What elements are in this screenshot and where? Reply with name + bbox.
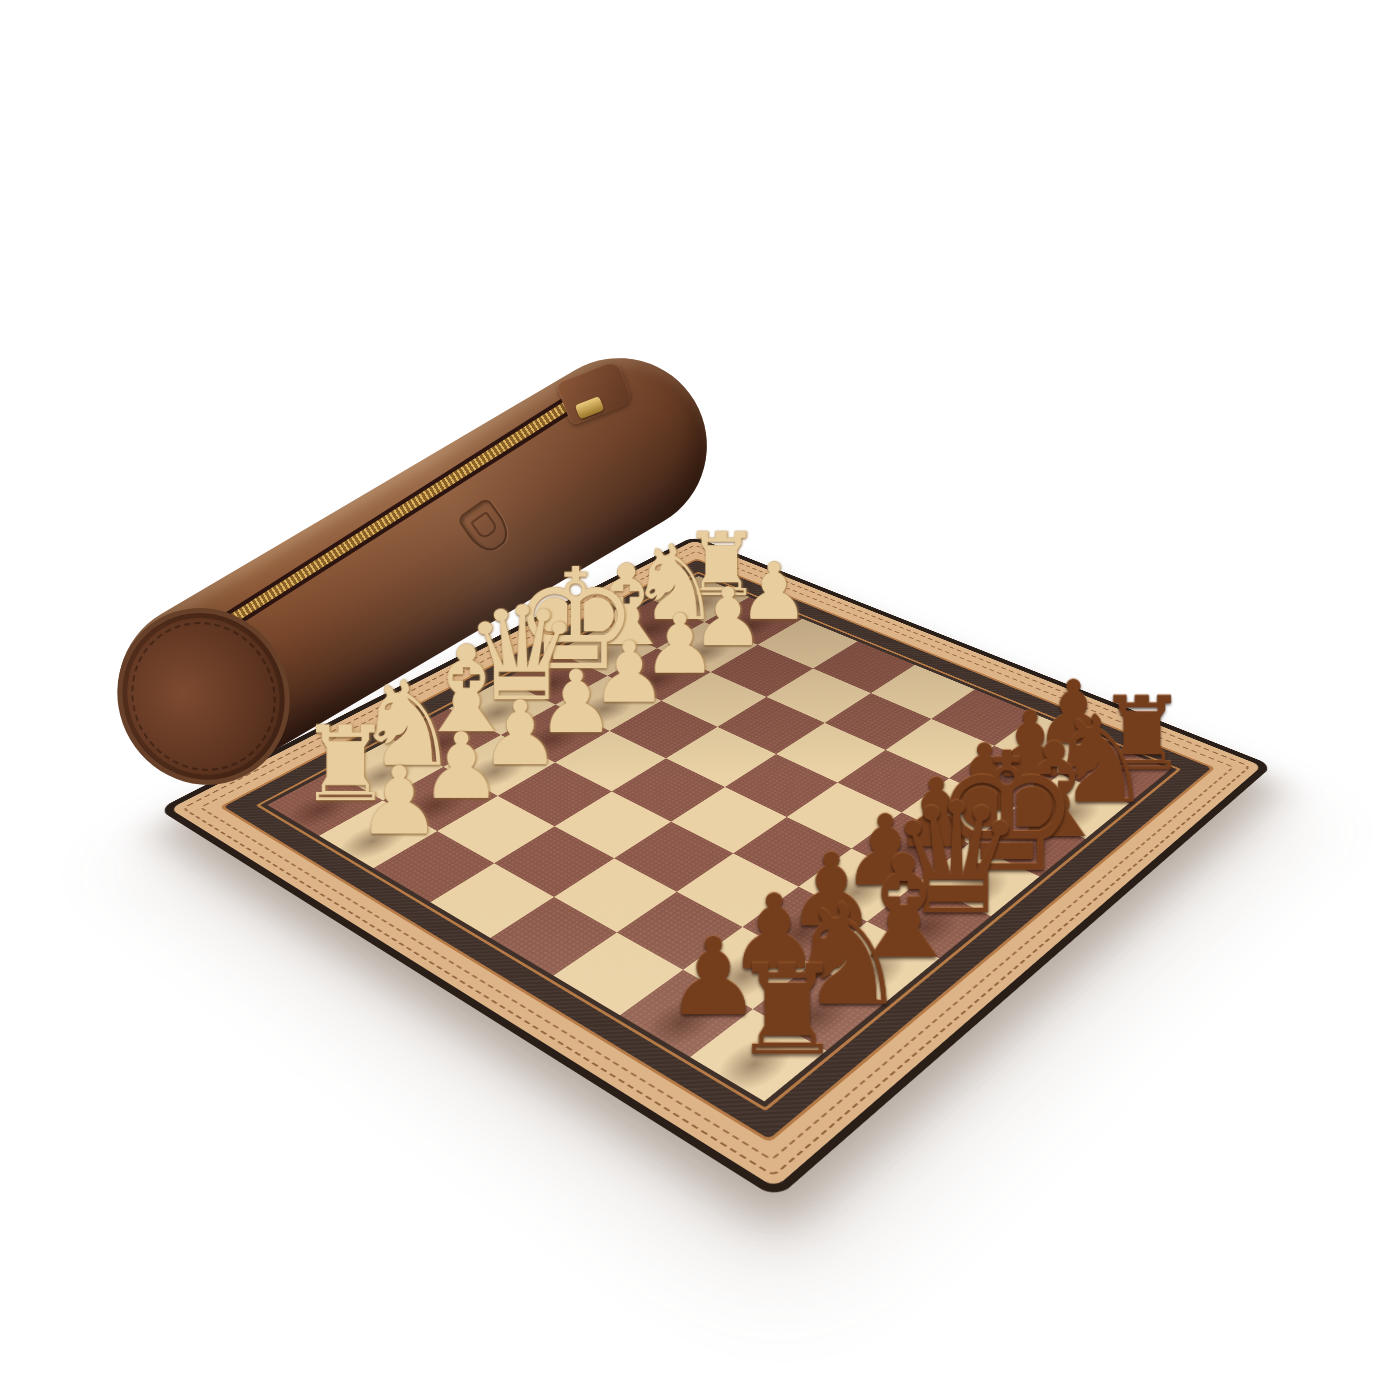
square-a7[interactable] xyxy=(620,970,753,1057)
square-e6[interactable] xyxy=(787,783,902,849)
square-a8[interactable] xyxy=(690,1009,826,1101)
square-a6[interactable] xyxy=(553,932,683,1015)
square-e8[interactable] xyxy=(919,844,1039,917)
square-c4[interactable] xyxy=(555,791,672,858)
product-photo-stage: ♜♞♝♛♚♝♞♜♟♟♟♟♟♟♟♟♟♟♟♟♟♟♟♟♜♞♝♛♚♝♞♜ xyxy=(0,0,1400,1400)
square-e7[interactable] xyxy=(852,812,969,881)
square-a3[interactable] xyxy=(373,831,494,902)
square-c7[interactable] xyxy=(743,887,868,964)
square-b6[interactable] xyxy=(617,892,743,970)
square-a2[interactable] xyxy=(319,800,437,868)
square-d5[interactable] xyxy=(671,787,787,853)
zipper-slider[interactable] xyxy=(575,396,605,419)
square-c5[interactable] xyxy=(614,822,733,892)
square-d7[interactable] xyxy=(799,849,920,922)
square-b4[interactable] xyxy=(494,826,614,897)
square-d6[interactable] xyxy=(733,817,851,887)
square-c6[interactable] xyxy=(677,853,799,927)
shield-emboss-icon xyxy=(456,497,515,558)
square-b7[interactable] xyxy=(683,927,812,1009)
square-b3[interactable] xyxy=(437,796,554,863)
square-b8[interactable] xyxy=(753,964,885,1051)
square-f7[interactable] xyxy=(902,778,1016,843)
square-a4[interactable] xyxy=(430,863,554,938)
square-a5[interactable] xyxy=(490,897,617,976)
square-b5[interactable] xyxy=(554,858,677,932)
square-f8[interactable] xyxy=(969,808,1086,877)
square-c8[interactable] xyxy=(812,922,940,1003)
square-d8[interactable] xyxy=(867,882,991,959)
